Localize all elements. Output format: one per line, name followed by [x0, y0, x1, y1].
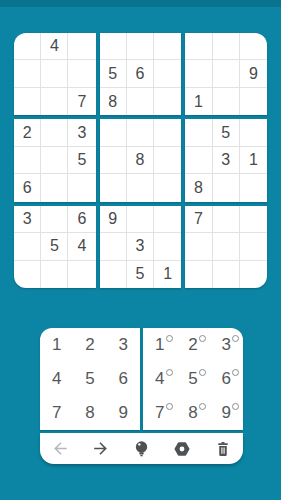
sudoku-cell-r5c6[interactable]: [154, 147, 181, 174]
sudoku-cell-r4c4[interactable]: [100, 119, 127, 146]
sudoku-cell-r3c3[interactable]: 7: [68, 88, 95, 115]
sudoku-cell-r3c2[interactable]: [41, 88, 68, 115]
sudoku-cell-r8c4[interactable]: [100, 233, 127, 260]
numpad-digit-2[interactable]: 2: [73, 328, 106, 362]
sudoku-cell-r7c9[interactable]: [240, 206, 267, 233]
sudoku-cell-r6c4[interactable]: [100, 174, 127, 201]
sudoku-box: 9351: [100, 206, 182, 288]
sudoku-cell-r8c1[interactable]: [14, 233, 41, 260]
sudoku-cell-r8c9[interactable]: [240, 233, 267, 260]
undo-button[interactable]: [47, 436, 73, 462]
sudoku-cell-r5c5[interactable]: 8: [127, 147, 154, 174]
numpad-digit-1[interactable]: 1: [40, 328, 73, 362]
notepad-digit-4[interactable]: 4: [143, 362, 176, 396]
note-digit-label: 1: [155, 335, 164, 355]
sudoku-cell-r4c1[interactable]: 2: [14, 119, 41, 146]
notepad-digit-5[interactable]: 5: [176, 362, 209, 396]
sudoku-box: 3654: [14, 206, 96, 288]
sudoku-cell-r6c1[interactable]: 6: [14, 174, 41, 201]
notepad-digit-2[interactable]: 2: [176, 328, 209, 362]
sudoku-cell-r6c9[interactable]: [240, 174, 267, 201]
sudoku-cell-r2c3[interactable]: [68, 60, 95, 87]
input-panel: 123456789 123456789: [40, 328, 243, 464]
sudoku-cell-r5c9[interactable]: 1: [240, 147, 267, 174]
sudoku-cell-r8c5[interactable]: 3: [127, 233, 154, 260]
sudoku-cell-r5c7[interactable]: [185, 147, 212, 174]
note-digit-label: 2: [188, 335, 197, 355]
sudoku-cell-r2c1[interactable]: [14, 60, 41, 87]
sudoku-app-screen: 4756891235685318365493517 123456789 1234…: [0, 0, 281, 500]
sudoku-cell-r9c3[interactable]: [68, 261, 95, 288]
sudoku-cell-r1c1[interactable]: [14, 33, 41, 60]
settings-button[interactable]: [169, 436, 195, 462]
sudoku-cell-r1c3[interactable]: [68, 33, 95, 60]
sudoku-cell-r6c2[interactable]: [41, 174, 68, 201]
sudoku-cell-r2c5[interactable]: 6: [127, 60, 154, 87]
sudoku-cell-r3c4[interactable]: 8: [100, 88, 127, 115]
sudoku-cell-r4c8[interactable]: 5: [213, 119, 240, 146]
notepad-digit-7[interactable]: 7: [143, 396, 176, 430]
sudoku-cell-r8c7[interactable]: [185, 233, 212, 260]
sudoku-cell-r9c2[interactable]: [41, 261, 68, 288]
sudoku-cell-r1c9[interactable]: [240, 33, 267, 60]
sudoku-cell-r5c2[interactable]: [41, 147, 68, 174]
sudoku-cell-r1c8[interactable]: [213, 33, 240, 60]
sudoku-cell-r7c1[interactable]: 3: [14, 206, 41, 233]
numpad-digit-6[interactable]: 6: [107, 362, 140, 396]
notepad-digit-3[interactable]: 3: [210, 328, 243, 362]
sudoku-cell-r1c5[interactable]: [127, 33, 154, 60]
sudoku-cell-r3c6[interactable]: [154, 88, 181, 115]
sudoku-cell-r8c8[interactable]: [213, 233, 240, 260]
sudoku-cell-r9c7[interactable]: [185, 261, 212, 288]
sudoku-cell-r2c7[interactable]: [185, 60, 212, 87]
notepad-digit-8[interactable]: 8: [176, 396, 209, 430]
sudoku-box: 47: [14, 33, 96, 115]
note-ring-icon: [232, 335, 239, 342]
note-ring-icon: [166, 335, 173, 342]
arrow-right-icon: [91, 439, 110, 458]
sudoku-cell-r5c1[interactable]: [14, 147, 41, 174]
note-digit-label: 9: [222, 403, 231, 423]
sudoku-cell-r7c2[interactable]: [41, 206, 68, 233]
note-digit-label: 5: [188, 369, 197, 389]
sudoku-cell-r1c7[interactable]: [185, 33, 212, 60]
sudoku-cell-r6c3[interactable]: [68, 174, 95, 201]
sudoku-cell-r6c7[interactable]: 8: [185, 174, 212, 201]
note-digit-label: 6: [222, 369, 231, 389]
sudoku-cell-r5c4[interactable]: [100, 147, 127, 174]
note-ring-icon: [166, 403, 173, 410]
numpad-digit-4[interactable]: 4: [40, 362, 73, 396]
sudoku-box: 5318: [185, 119, 267, 201]
sudoku-cell-r3c9[interactable]: [240, 88, 267, 115]
notepad-digit-9[interactable]: 9: [210, 396, 243, 430]
note-digit-label: 8: [188, 403, 197, 423]
sudoku-box: 8: [100, 119, 182, 201]
toolbar: [40, 433, 243, 464]
note-ring-icon: [166, 369, 173, 376]
sudoku-cell-r8c2[interactable]: 5: [41, 233, 68, 260]
sudoku-cell-r6c8[interactable]: [213, 174, 240, 201]
sudoku-board: 4756891235685318365493517: [14, 33, 267, 288]
sudoku-cell-r7c8[interactable]: [213, 206, 240, 233]
sudoku-cell-r2c4[interactable]: 5: [100, 60, 127, 87]
sudoku-cell-r8c3[interactable]: 4: [68, 233, 95, 260]
sudoku-box: 2356: [14, 119, 96, 201]
numpad-digit-9[interactable]: 9: [107, 396, 140, 430]
sudoku-cell-r6c5[interactable]: [127, 174, 154, 201]
redo-button[interactable]: [88, 436, 114, 462]
numpad-digit-3[interactable]: 3: [107, 328, 140, 362]
gear-icon: [172, 439, 192, 459]
hint-button[interactable]: [128, 436, 154, 462]
note-ring-icon: [199, 403, 206, 410]
notepad-digit-1[interactable]: 1: [143, 328, 176, 362]
sudoku-cell-r4c3[interactable]: 3: [68, 119, 95, 146]
sudoku-cell-r4c6[interactable]: [154, 119, 181, 146]
note-ring-icon: [232, 369, 239, 376]
notepad-digit-6[interactable]: 6: [210, 362, 243, 396]
delete-button[interactable]: [210, 436, 236, 462]
sudoku-cell-r2c2[interactable]: [41, 60, 68, 87]
trash-icon: [214, 440, 232, 458]
sudoku-cell-r7c4[interactable]: 9: [100, 206, 127, 233]
note-ring-icon: [199, 369, 206, 376]
sudoku-cell-r2c9[interactable]: 9: [240, 60, 267, 87]
sudoku-cell-r7c5[interactable]: [127, 206, 154, 233]
arrow-left-icon: [51, 439, 70, 458]
sudoku-cell-r3c5[interactable]: [127, 88, 154, 115]
sudoku-cell-r3c1[interactable]: [14, 88, 41, 115]
sudoku-cell-r9c9[interactable]: [240, 261, 267, 288]
note-digit-label: 3: [222, 335, 231, 355]
numpad-digit-7[interactable]: 7: [40, 396, 73, 430]
number-pads: 123456789 123456789: [40, 328, 243, 430]
note-ring-icon: [199, 335, 206, 342]
lightbulb-icon: [132, 439, 151, 458]
note-ring-icon: [232, 403, 239, 410]
sudoku-cell-r3c8[interactable]: [213, 88, 240, 115]
sudoku-cell-r9c1[interactable]: [14, 261, 41, 288]
sudoku-cell-r6c6[interactable]: [154, 174, 181, 201]
sudoku-cell-r9c4[interactable]: [100, 261, 127, 288]
sudoku-box: 568: [100, 33, 182, 115]
sudoku-cell-r2c8[interactable]: [213, 60, 240, 87]
sudoku-cell-r4c5[interactable]: [127, 119, 154, 146]
sudoku-cell-r5c8[interactable]: 3: [213, 147, 240, 174]
numpad-notes: 123456789: [143, 328, 243, 430]
sudoku-cell-r3c7[interactable]: 1: [185, 88, 212, 115]
note-digit-label: 7: [155, 403, 164, 423]
sudoku-cell-r7c7[interactable]: 7: [185, 206, 212, 233]
sudoku-cell-r7c3[interactable]: 6: [68, 206, 95, 233]
sudoku-box: 91: [185, 33, 267, 115]
sudoku-cell-r2c6[interactable]: [154, 60, 181, 87]
numpad-digit-5[interactable]: 5: [73, 362, 106, 396]
numpad-digit-8[interactable]: 8: [73, 396, 106, 430]
sudoku-cell-r4c9[interactable]: [240, 119, 267, 146]
sudoku-cell-r9c8[interactable]: [213, 261, 240, 288]
sudoku-cell-r9c5[interactable]: 5: [127, 261, 154, 288]
sudoku-cell-r8c6[interactable]: [154, 233, 181, 260]
note-digit-label: 4: [155, 369, 164, 389]
sudoku-cell-r5c3[interactable]: 5: [68, 147, 95, 174]
sudoku-cell-r1c4[interactable]: [100, 33, 127, 60]
sudoku-cell-r1c2[interactable]: 4: [41, 33, 68, 60]
sudoku-cell-r9c6[interactable]: 1: [154, 261, 181, 288]
sudoku-cell-r7c6[interactable]: [154, 206, 181, 233]
numpad-normal: 123456789: [40, 328, 140, 430]
status-bar: [0, 0, 281, 7]
sudoku-cell-r4c7[interactable]: [185, 119, 212, 146]
sudoku-cell-r1c6[interactable]: [154, 33, 181, 60]
sudoku-box: 7: [185, 206, 267, 288]
sudoku-cell-r4c2[interactable]: [41, 119, 68, 146]
